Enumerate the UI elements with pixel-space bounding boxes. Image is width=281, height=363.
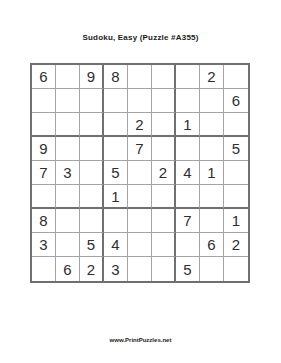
- sudoku-cell-r6c2[interactable]: [56, 185, 80, 209]
- sudoku-cell-r4c7[interactable]: [176, 137, 200, 161]
- sudoku-cell-r9c6[interactable]: [152, 257, 176, 281]
- sudoku-cell-r2c2[interactable]: [56, 89, 80, 113]
- sudoku-cell-r3c7: 1: [176, 113, 200, 137]
- sudoku-cell-r8c2[interactable]: [56, 233, 80, 257]
- sudoku-cell-r6c9[interactable]: [224, 185, 248, 209]
- sudoku-cell-r1c5[interactable]: [128, 65, 152, 89]
- sudoku-cell-r7c5[interactable]: [128, 209, 152, 233]
- sudoku-cell-r2c4[interactable]: [104, 89, 128, 113]
- sudoku-cell-r3c3[interactable]: [80, 113, 104, 137]
- sudoku-cell-r7c7: 7: [176, 209, 200, 233]
- sudoku-cell-r2c3[interactable]: [80, 89, 104, 113]
- sudoku-cell-r1c9[interactable]: [224, 65, 248, 89]
- sudoku-cell-r1c7[interactable]: [176, 65, 200, 89]
- sudoku-cell-r6c4: 1: [104, 185, 128, 209]
- sudoku-cell-r3c2[interactable]: [56, 113, 80, 137]
- sudoku-cell-r7c8[interactable]: [200, 209, 224, 233]
- sudoku-cell-r3c8[interactable]: [200, 113, 224, 137]
- sudoku-cell-r4c5: 7: [128, 137, 152, 161]
- sudoku-cell-r2c9: 6: [224, 89, 248, 113]
- sudoku-cell-r5c4: 5: [104, 161, 128, 185]
- sudoku-cell-r1c3: 9: [80, 65, 104, 89]
- sudoku-cell-r9c3: 2: [80, 257, 104, 281]
- sudoku-cell-r5c6: 2: [152, 161, 176, 185]
- sudoku-cell-r9c7: 5: [176, 257, 200, 281]
- sudoku-cell-r2c8[interactable]: [200, 89, 224, 113]
- sudoku-cell-r9c2: 6: [56, 257, 80, 281]
- sudoku-board: 69826219757352411871354626235: [30, 63, 250, 283]
- sudoku-cell-r1c8: 2: [200, 65, 224, 89]
- sudoku-cell-r5c7: 4: [176, 161, 200, 185]
- sudoku-cell-r5c5[interactable]: [128, 161, 152, 185]
- sudoku-cell-r4c3[interactable]: [80, 137, 104, 161]
- sudoku-cell-r2c6[interactable]: [152, 89, 176, 113]
- sudoku-cell-r9c8[interactable]: [200, 257, 224, 281]
- sudoku-cell-r7c1: 8: [32, 209, 56, 233]
- sudoku-cell-r8c6[interactable]: [152, 233, 176, 257]
- sudoku-cell-r8c9: 2: [224, 233, 248, 257]
- sudoku-cell-r4c9: 5: [224, 137, 248, 161]
- sudoku-cell-r7c9: 1: [224, 209, 248, 233]
- sudoku-cell-r8c8: 6: [200, 233, 224, 257]
- sudoku-cell-r5c8: 1: [200, 161, 224, 185]
- sudoku-cell-r8c7[interactable]: [176, 233, 200, 257]
- sudoku-cell-r9c1[interactable]: [32, 257, 56, 281]
- sudoku-cell-r7c4[interactable]: [104, 209, 128, 233]
- sudoku-cell-r3c6[interactable]: [152, 113, 176, 137]
- sudoku-cell-r3c1[interactable]: [32, 113, 56, 137]
- sudoku-cell-r2c1[interactable]: [32, 89, 56, 113]
- sudoku-cell-r9c9[interactable]: [224, 257, 248, 281]
- sudoku-cell-r7c3[interactable]: [80, 209, 104, 233]
- sudoku-cell-r6c7[interactable]: [176, 185, 200, 209]
- sudoku-cell-r6c1[interactable]: [32, 185, 56, 209]
- sudoku-cell-r5c1: 7: [32, 161, 56, 185]
- sudoku-cell-r1c4: 8: [104, 65, 128, 89]
- sudoku-cell-r6c8[interactable]: [200, 185, 224, 209]
- sudoku-cell-r7c2[interactable]: [56, 209, 80, 233]
- sudoku-cell-r3c5: 2: [128, 113, 152, 137]
- sudoku-cell-r8c4: 4: [104, 233, 128, 257]
- sudoku-cell-r1c6[interactable]: [152, 65, 176, 89]
- sudoku-cell-r6c6[interactable]: [152, 185, 176, 209]
- sudoku-cell-r8c5[interactable]: [128, 233, 152, 257]
- sudoku-cell-r1c1: 6: [32, 65, 56, 89]
- sudoku-cell-r3c4[interactable]: [104, 113, 128, 137]
- sudoku-cell-r3c9[interactable]: [224, 113, 248, 137]
- sudoku-cell-r4c1: 9: [32, 137, 56, 161]
- sudoku-cell-r4c4[interactable]: [104, 137, 128, 161]
- sudoku-cell-r8c1: 3: [32, 233, 56, 257]
- sudoku-cell-r2c5[interactable]: [128, 89, 152, 113]
- sudoku-cell-r9c5[interactable]: [128, 257, 152, 281]
- sudoku-cell-r5c3[interactable]: [80, 161, 104, 185]
- sudoku-cell-r5c2: 3: [56, 161, 80, 185]
- sudoku-cell-r7c6[interactable]: [152, 209, 176, 233]
- sudoku-cell-r6c3[interactable]: [80, 185, 104, 209]
- sudoku-cell-r9c4: 3: [104, 257, 128, 281]
- sudoku-cell-r5c9[interactable]: [224, 161, 248, 185]
- footer-url: www.PrintPuzzles.net: [0, 337, 281, 343]
- sudoku-cell-r2c7[interactable]: [176, 89, 200, 113]
- sudoku-cell-r4c8[interactable]: [200, 137, 224, 161]
- sudoku-cell-r8c3: 5: [80, 233, 104, 257]
- sudoku-cell-r4c6[interactable]: [152, 137, 176, 161]
- sudoku-page: Sudoku, Easy (Puzzle #A355) 698262197573…: [0, 0, 281, 363]
- sudoku-cell-r6c5[interactable]: [128, 185, 152, 209]
- sudoku-cell-r1c2[interactable]: [56, 65, 80, 89]
- sudoku-cell-r4c2[interactable]: [56, 137, 80, 161]
- page-title: Sudoku, Easy (Puzzle #A355): [0, 33, 281, 42]
